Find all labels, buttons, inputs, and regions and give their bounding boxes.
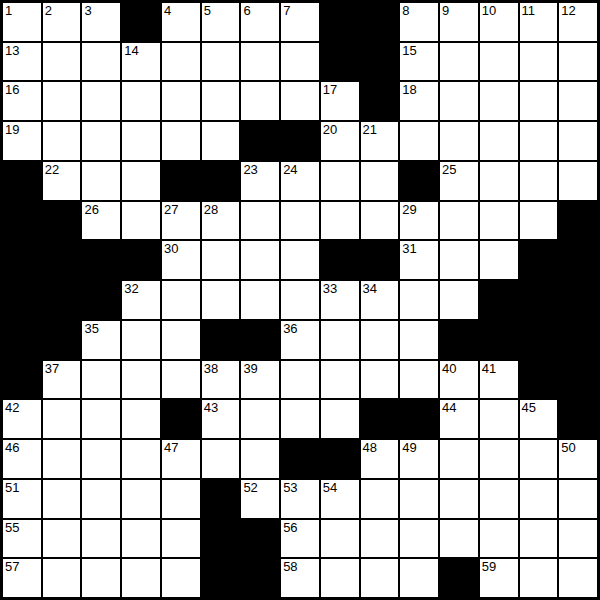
cell-r3c0[interactable]: 19: [3, 122, 41, 160]
cell-r7c8[interactable]: 33: [321, 281, 359, 319]
clue-number-6: 6: [243, 3, 250, 18]
block-cell-r6c9: [361, 241, 399, 279]
cell-r5c4[interactable]: 27: [162, 202, 200, 240]
block-cell-r3c6: [241, 122, 279, 160]
cell-r1c6[interactable]: [241, 43, 279, 81]
cell-r5c11[interactable]: [440, 202, 478, 240]
clue-number-37: 37: [45, 361, 59, 376]
clue-number-56: 56: [283, 520, 297, 535]
cell-r13c4[interactable]: [162, 520, 200, 558]
cell-r9c3[interactable]: [122, 361, 160, 399]
clue-number-8: 8: [402, 3, 409, 18]
cell-r1c4[interactable]: [162, 43, 200, 81]
cell-r12c11[interactable]: [440, 480, 478, 518]
cell-r10c7[interactable]: [281, 400, 319, 438]
cell-r11c13[interactable]: [520, 440, 558, 478]
cell-r1c13[interactable]: [520, 43, 558, 81]
cell-r1c2[interactable]: [82, 43, 120, 81]
cell-r4c8[interactable]: [321, 162, 359, 200]
cell-r10c2[interactable]: [82, 400, 120, 438]
clue-number-45: 45: [522, 400, 536, 415]
clue-number-38: 38: [204, 361, 218, 376]
cell-r5c12[interactable]: [480, 202, 518, 240]
cell-r4c2[interactable]: [82, 162, 120, 200]
cell-r12c13[interactable]: [520, 480, 558, 518]
cell-r13c9[interactable]: [361, 520, 399, 558]
cell-r9c5[interactable]: 38: [202, 361, 240, 399]
cell-r10c5[interactable]: 43: [202, 400, 240, 438]
cell-r10c13[interactable]: 45: [520, 400, 558, 438]
cell-r1c12[interactable]: [480, 43, 518, 81]
cell-r4c13[interactable]: [520, 162, 558, 200]
clue-number-52: 52: [243, 480, 257, 495]
cell-r6c5[interactable]: [202, 241, 240, 279]
cell-r1c14[interactable]: [559, 43, 597, 81]
cell-r5c10[interactable]: 29: [400, 202, 438, 240]
clue-number-32: 32: [124, 281, 138, 296]
cell-r2c11[interactable]: [440, 82, 478, 120]
clue-number-25: 25: [442, 162, 456, 177]
cell-r13c10[interactable]: [400, 520, 438, 558]
clue-number-12: 12: [561, 3, 575, 18]
clue-number-57: 57: [5, 559, 19, 574]
block-cell-r9c14: [559, 361, 597, 399]
clue-number-18: 18: [402, 82, 416, 97]
clue-number-42: 42: [5, 400, 19, 415]
cell-r12c9[interactable]: [361, 480, 399, 518]
clue-number-22: 22: [45, 162, 59, 177]
cell-r8c9[interactable]: [361, 321, 399, 359]
cell-r9c12[interactable]: 41: [480, 361, 518, 399]
cell-r2c2[interactable]: [82, 82, 120, 120]
block-cell-r7c2: [82, 281, 120, 319]
clue-number-1: 1: [5, 3, 12, 18]
block-cell-r4c0: [3, 162, 41, 200]
clue-number-5: 5: [204, 3, 211, 18]
cell-r14c12[interactable]: 59: [480, 559, 518, 597]
cell-r14c4[interactable]: [162, 559, 200, 597]
cell-r14c0[interactable]: 57: [3, 559, 41, 597]
clue-number-51: 51: [5, 480, 19, 495]
cell-r4c6[interactable]: 23: [241, 162, 279, 200]
block-cell-r6c0: [3, 241, 41, 279]
clue-number-49: 49: [402, 440, 416, 455]
cell-r12c1[interactable]: [43, 480, 81, 518]
block-cell-r8c6: [241, 321, 279, 359]
block-cell-r5c14: [559, 202, 597, 240]
cell-r7c4[interactable]: [162, 281, 200, 319]
clue-number-59: 59: [482, 559, 496, 574]
cell-r13c7[interactable]: 56: [281, 520, 319, 558]
cell-r11c11[interactable]: [440, 440, 478, 478]
block-cell-r5c1: [43, 202, 81, 240]
clue-number-9: 9: [442, 3, 449, 18]
block-cell-r10c9: [361, 400, 399, 438]
cell-r10c11[interactable]: 44: [440, 400, 478, 438]
cell-r10c0[interactable]: 42: [3, 400, 41, 438]
cell-r14c14[interactable]: [559, 559, 597, 597]
cell-r2c12[interactable]: [480, 82, 518, 120]
clue-number-15: 15: [402, 43, 416, 58]
cell-r13c3[interactable]: [122, 520, 160, 558]
block-cell-r7c1: [43, 281, 81, 319]
cell-r7c9[interactable]: 34: [361, 281, 399, 319]
block-cell-r7c13: [520, 281, 558, 319]
clue-number-19: 19: [5, 122, 19, 137]
clue-number-39: 39: [243, 361, 257, 376]
clue-number-44: 44: [442, 400, 456, 415]
cell-r11c0[interactable]: 46: [3, 440, 41, 478]
block-cell-r5c0: [3, 202, 41, 240]
clue-number-2: 2: [45, 3, 52, 18]
cell-r3c8[interactable]: 20: [321, 122, 359, 160]
clue-number-41: 41: [482, 361, 496, 376]
block-cell-r9c13: [520, 361, 558, 399]
block-cell-r10c10: [400, 400, 438, 438]
block-cell-r8c13: [520, 321, 558, 359]
block-cell-r10c14: [559, 400, 597, 438]
cell-r4c9[interactable]: [361, 162, 399, 200]
cell-r9c9[interactable]: [361, 361, 399, 399]
cell-r11c3[interactable]: [122, 440, 160, 478]
cell-r3c4[interactable]: [162, 122, 200, 160]
cell-r0c13[interactable]: 11: [520, 3, 558, 41]
clue-number-47: 47: [164, 440, 178, 455]
cell-r12c10[interactable]: [400, 480, 438, 518]
clue-number-50: 50: [561, 440, 575, 455]
cell-r0c5[interactable]: 5: [202, 3, 240, 41]
cell-r9c7[interactable]: [281, 361, 319, 399]
clue-number-48: 48: [363, 440, 377, 455]
block-cell-r6c1: [43, 241, 81, 279]
cell-r8c3[interactable]: [122, 321, 160, 359]
cell-r9c6[interactable]: 39: [241, 361, 279, 399]
clue-number-54: 54: [323, 480, 337, 495]
cell-r3c5[interactable]: [202, 122, 240, 160]
cell-r12c0[interactable]: 51: [3, 480, 41, 518]
cell-r14c3[interactable]: [122, 559, 160, 597]
cell-r13c8[interactable]: [321, 520, 359, 558]
block-cell-r8c12: [480, 321, 518, 359]
cell-r13c11[interactable]: [440, 520, 478, 558]
cell-r4c12[interactable]: [480, 162, 518, 200]
clue-number-3: 3: [84, 3, 91, 18]
cell-r13c1[interactable]: [43, 520, 81, 558]
cell-r10c3[interactable]: [122, 400, 160, 438]
cell-r14c7[interactable]: 58: [281, 559, 319, 597]
cell-r8c2[interactable]: 35: [82, 321, 120, 359]
clue-number-29: 29: [402, 202, 416, 217]
clue-number-35: 35: [84, 321, 98, 336]
cell-r5c9[interactable]: [361, 202, 399, 240]
cell-r8c10[interactable]: [400, 321, 438, 359]
clue-number-16: 16: [5, 82, 19, 97]
block-cell-r7c14: [559, 281, 597, 319]
cell-r2c8[interactable]: 17: [321, 82, 359, 120]
cell-r3c11[interactable]: [440, 122, 478, 160]
cell-r3c3[interactable]: [122, 122, 160, 160]
block-cell-r13c5: [202, 520, 240, 558]
cell-r13c12[interactable]: [480, 520, 518, 558]
clue-number-53: 53: [283, 480, 297, 495]
block-cell-r12c5: [202, 480, 240, 518]
clue-number-23: 23: [243, 162, 257, 177]
block-cell-r9c0: [3, 361, 41, 399]
cell-r10c12[interactable]: [480, 400, 518, 438]
block-cell-r4c4: [162, 162, 200, 200]
cell-r5c3[interactable]: [122, 202, 160, 240]
clue-number-33: 33: [323, 281, 337, 296]
block-cell-r11c8: [321, 440, 359, 478]
block-cell-r1c8: [321, 43, 359, 81]
crossword-board: 1234567891011121314151617181920212223242…: [0, 0, 600, 600]
cell-r1c5[interactable]: [202, 43, 240, 81]
block-cell-r0c9: [361, 3, 399, 41]
cell-r1c3[interactable]: 14: [122, 43, 160, 81]
cell-r9c4[interactable]: [162, 361, 200, 399]
clue-number-11: 11: [522, 3, 536, 18]
clue-number-24: 24: [283, 162, 297, 177]
cell-r0c7[interactable]: 7: [281, 3, 319, 41]
cell-r6c11[interactable]: [440, 241, 478, 279]
cell-r5c5[interactable]: 28: [202, 202, 240, 240]
cell-r4c3[interactable]: [122, 162, 160, 200]
cell-r1c10[interactable]: 15: [400, 43, 438, 81]
cell-r3c14[interactable]: [559, 122, 597, 160]
cell-r14c2[interactable]: [82, 559, 120, 597]
clue-number-30: 30: [164, 241, 178, 256]
cell-r6c4[interactable]: 30: [162, 241, 200, 279]
cell-r3c2[interactable]: [82, 122, 120, 160]
cell-r14c9[interactable]: [361, 559, 399, 597]
cell-r3c10[interactable]: [400, 122, 438, 160]
cell-r3c13[interactable]: [520, 122, 558, 160]
clue-number-27: 27: [164, 202, 178, 217]
cell-r2c14[interactable]: [559, 82, 597, 120]
cell-r6c10[interactable]: 31: [400, 241, 438, 279]
cell-r11c12[interactable]: [480, 440, 518, 478]
cell-r2c3[interactable]: [122, 82, 160, 120]
cell-r12c8[interactable]: 54: [321, 480, 359, 518]
cell-r0c2[interactable]: 3: [82, 3, 120, 41]
cell-r12c6[interactable]: 52: [241, 480, 279, 518]
block-cell-r14c11: [440, 559, 478, 597]
cell-r2c5[interactable]: [202, 82, 240, 120]
cell-r5c13[interactable]: [520, 202, 558, 240]
cell-r14c8[interactable]: [321, 559, 359, 597]
clue-number-10: 10: [482, 3, 496, 18]
block-cell-r10c4: [162, 400, 200, 438]
cell-r7c7[interactable]: [281, 281, 319, 319]
clue-number-14: 14: [124, 43, 138, 58]
cell-r12c12[interactable]: [480, 480, 518, 518]
cell-r11c1[interactable]: [43, 440, 81, 478]
cell-r4c14[interactable]: [559, 162, 597, 200]
cell-r11c2[interactable]: [82, 440, 120, 478]
cell-r3c12[interactable]: [480, 122, 518, 160]
block-cell-r2c9: [361, 82, 399, 120]
block-cell-r0c8: [321, 3, 359, 41]
cell-r10c1[interactable]: [43, 400, 81, 438]
cell-r0c0[interactable]: 1: [3, 3, 41, 41]
block-cell-r6c13: [520, 241, 558, 279]
block-cell-r4c10: [400, 162, 438, 200]
cell-r6c12[interactable]: [480, 241, 518, 279]
cell-r9c8[interactable]: [321, 361, 359, 399]
cell-r6c7[interactable]: [281, 241, 319, 279]
cell-r10c6[interactable]: [241, 400, 279, 438]
cell-r12c3[interactable]: [122, 480, 160, 518]
clue-number-34: 34: [363, 281, 377, 296]
cell-r11c6[interactable]: [241, 440, 279, 478]
cell-r13c13[interactable]: [520, 520, 558, 558]
cell-r2c4[interactable]: [162, 82, 200, 120]
cell-r10c8[interactable]: [321, 400, 359, 438]
clue-number-31: 31: [402, 241, 416, 256]
cell-r12c4[interactable]: [162, 480, 200, 518]
cell-r9c1[interactable]: 37: [43, 361, 81, 399]
cell-r0c6[interactable]: 6: [241, 3, 279, 41]
cell-r7c10[interactable]: [400, 281, 438, 319]
block-cell-r4c5: [202, 162, 240, 200]
block-cell-r6c2: [82, 241, 120, 279]
block-cell-r11c7: [281, 440, 319, 478]
clue-number-55: 55: [5, 520, 19, 535]
cell-r4c7[interactable]: 24: [281, 162, 319, 200]
clue-number-26: 26: [84, 202, 98, 217]
cell-r11c9[interactable]: 48: [361, 440, 399, 478]
cell-r14c10[interactable]: [400, 559, 438, 597]
clue-number-13: 13: [5, 43, 19, 58]
cell-r1c7[interactable]: [281, 43, 319, 81]
cell-r11c5[interactable]: [202, 440, 240, 478]
cell-r5c6[interactable]: [241, 202, 279, 240]
cell-r7c3[interactable]: 32: [122, 281, 160, 319]
cell-r0c4[interactable]: 4: [162, 3, 200, 41]
block-cell-r3c7: [281, 122, 319, 160]
clue-number-20: 20: [323, 122, 337, 137]
cell-r12c2[interactable]: [82, 480, 120, 518]
cell-r5c2[interactable]: 26: [82, 202, 120, 240]
cell-r13c0[interactable]: 55: [3, 520, 41, 558]
cell-r14c13[interactable]: [520, 559, 558, 597]
clue-number-46: 46: [5, 440, 19, 455]
clue-number-17: 17: [323, 82, 337, 97]
cell-r2c13[interactable]: [520, 82, 558, 120]
cell-r0c10[interactable]: 8: [400, 3, 438, 41]
block-cell-r8c0: [3, 321, 41, 359]
block-cell-r8c5: [202, 321, 240, 359]
cell-r13c14[interactable]: [559, 520, 597, 558]
clue-number-4: 4: [164, 3, 171, 18]
cell-r9c10[interactable]: [400, 361, 438, 399]
cell-r4c11[interactable]: 25: [440, 162, 478, 200]
block-cell-r14c6: [241, 559, 279, 597]
cell-r12c7[interactable]: 53: [281, 480, 319, 518]
cell-r4c1[interactable]: 22: [43, 162, 81, 200]
block-cell-r13c6: [241, 520, 279, 558]
block-cell-r8c14: [559, 321, 597, 359]
clue-number-28: 28: [204, 202, 218, 217]
cell-r11c14[interactable]: 50: [559, 440, 597, 478]
cell-r14c1[interactable]: [43, 559, 81, 597]
clue-number-7: 7: [283, 3, 290, 18]
block-cell-r0c3: [122, 3, 160, 41]
block-cell-r7c0: [3, 281, 41, 319]
block-cell-r14c5: [202, 559, 240, 597]
clue-number-36: 36: [283, 321, 297, 336]
cell-r8c7[interactable]: 36: [281, 321, 319, 359]
cell-r9c2[interactable]: [82, 361, 120, 399]
cell-r7c6[interactable]: [241, 281, 279, 319]
block-cell-r6c14: [559, 241, 597, 279]
cell-r0c11[interactable]: 9: [440, 3, 478, 41]
cell-r0c14[interactable]: 12: [559, 3, 597, 41]
clue-number-58: 58: [283, 559, 297, 574]
block-cell-r7c12: [480, 281, 518, 319]
clue-number-21: 21: [363, 122, 377, 137]
cell-r3c9[interactable]: 21: [361, 122, 399, 160]
cell-r2c0[interactable]: 16: [3, 82, 41, 120]
cell-r9c11[interactable]: 40: [440, 361, 478, 399]
cell-r8c8[interactable]: [321, 321, 359, 359]
cell-r1c1[interactable]: [43, 43, 81, 81]
block-cell-r8c1: [43, 321, 81, 359]
cell-r11c10[interactable]: 49: [400, 440, 438, 478]
cell-r0c1[interactable]: 2: [43, 3, 81, 41]
cell-r2c7[interactable]: [281, 82, 319, 120]
cell-r0c12[interactable]: 10: [480, 3, 518, 41]
cell-r11c4[interactable]: 47: [162, 440, 200, 478]
clue-number-40: 40: [442, 361, 456, 376]
cell-r2c6[interactable]: [241, 82, 279, 120]
block-cell-r6c3: [122, 241, 160, 279]
block-cell-r1c9: [361, 43, 399, 81]
cell-r5c8[interactable]: [321, 202, 359, 240]
cell-r1c0[interactable]: 13: [3, 43, 41, 81]
cell-r7c5[interactable]: [202, 281, 240, 319]
cell-r2c10[interactable]: 18: [400, 82, 438, 120]
cell-r1c11[interactable]: [440, 43, 478, 81]
cell-r13c2[interactable]: [82, 520, 120, 558]
cell-r6c6[interactable]: [241, 241, 279, 279]
block-cell-r6c8: [321, 241, 359, 279]
block-cell-r8c11: [440, 321, 478, 359]
cell-r12c14[interactable]: [559, 480, 597, 518]
cell-r8c4[interactable]: [162, 321, 200, 359]
cell-r7c11[interactable]: [440, 281, 478, 319]
cell-r2c1[interactable]: [43, 82, 81, 120]
clue-number-43: 43: [204, 400, 218, 415]
cell-r3c1[interactable]: [43, 122, 81, 160]
cell-r5c7[interactable]: [281, 202, 319, 240]
